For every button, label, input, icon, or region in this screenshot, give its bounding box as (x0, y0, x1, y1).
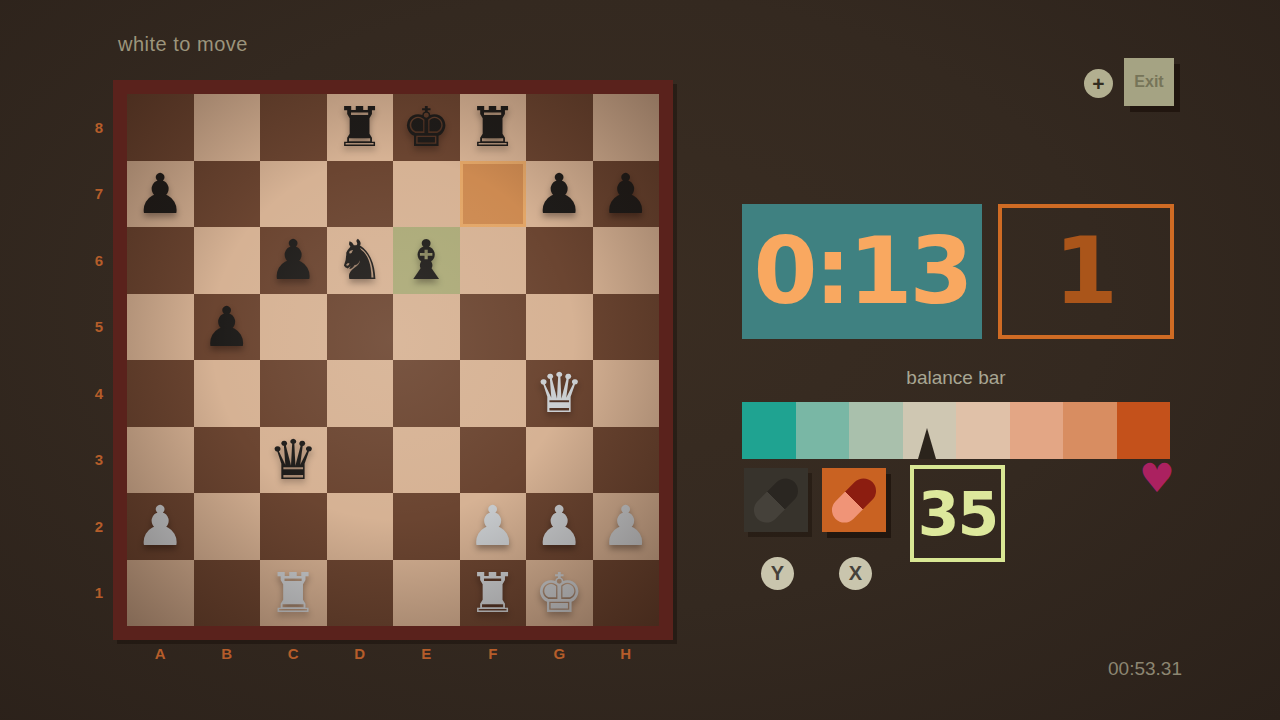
black-rook-f8[interactable]: ♜ (460, 94, 527, 161)
gamepad-y-badge: Y (761, 557, 794, 590)
rank-label-1: 1 (88, 560, 110, 627)
file-label-C: C (260, 645, 327, 662)
file-label-D: D (327, 645, 394, 662)
white-pawn-g2[interactable]: ♟ (526, 493, 593, 560)
white-king-g1[interactable]: ♚ (526, 560, 593, 627)
white-pawn-h2[interactable]: ♟ (593, 493, 660, 560)
board-grid: ♜♚♜♟♟♟♟♞♝♟♛♛♟♟♟♟♜♜♚ (127, 94, 659, 626)
rank-label-8: 8 (88, 94, 110, 161)
rank-label-2: 2 (88, 493, 110, 560)
pill-dark-button[interactable] (744, 468, 808, 532)
balance-segment-7 (1063, 402, 1117, 459)
balance-segment-8 (1117, 402, 1171, 459)
square-h5[interactable] (593, 294, 660, 361)
file-labels: ABCDEFGH (127, 645, 659, 662)
white-pawn-a2[interactable]: ♟ (127, 493, 194, 560)
pill-dark-icon (749, 473, 803, 527)
square-h3[interactable] (593, 427, 660, 494)
file-label-F: F (460, 645, 527, 662)
square-e7[interactable] (393, 161, 460, 228)
turn-indicator: white to move (118, 33, 248, 56)
square-g8[interactable] (526, 94, 593, 161)
square-e4[interactable] (393, 360, 460, 427)
file-label-A: A (127, 645, 194, 662)
rank-labels: 87654321 (88, 94, 110, 626)
square-h8[interactable] (593, 94, 660, 161)
black-pawn-b5[interactable]: ♟ (194, 294, 261, 361)
file-label-B: B (194, 645, 261, 662)
heart-icon: ♥ (1139, 458, 1175, 498)
black-pawn-a7[interactable]: ♟ (127, 161, 194, 228)
balance-segment-3 (849, 402, 903, 459)
balance-bar (742, 402, 1170, 459)
gamepad-x-badge: X (839, 557, 872, 590)
white-pawn-f2[interactable]: ♟ (460, 493, 527, 560)
square-c5[interactable] (260, 294, 327, 361)
file-label-G: G (526, 645, 593, 662)
black-king-e8[interactable]: ♚ (393, 94, 460, 161)
square-b7[interactable] (194, 161, 261, 228)
session-clock: 00:53.31 (1108, 658, 1182, 680)
square-b6[interactable] (194, 227, 261, 294)
square-f7[interactable] (460, 161, 527, 228)
rank-label-7: 7 (88, 161, 110, 228)
square-g5[interactable] (526, 294, 593, 361)
black-pawn-h7[interactable]: ♟ (593, 161, 660, 228)
black-knight-d6[interactable]: ♞ (327, 227, 394, 294)
rank-label-3: 3 (88, 427, 110, 494)
square-g3[interactable] (526, 427, 593, 494)
rank-label-6: 6 (88, 227, 110, 294)
balance-segment-1 (742, 402, 796, 459)
square-f3[interactable] (460, 427, 527, 494)
square-c8[interactable] (260, 94, 327, 161)
square-e3[interactable] (393, 427, 460, 494)
pill-count-value: 35 (918, 479, 998, 549)
rank-label-5: 5 (88, 294, 110, 361)
black-queen-c3[interactable]: ♛ (260, 427, 327, 494)
square-e5[interactable] (393, 294, 460, 361)
square-b8[interactable] (194, 94, 261, 161)
square-a6[interactable] (127, 227, 194, 294)
balance-bar-label: balance bar (742, 367, 1170, 389)
square-a5[interactable] (127, 294, 194, 361)
square-e1[interactable] (393, 560, 460, 627)
square-d3[interactable] (327, 427, 394, 494)
square-a8[interactable] (127, 94, 194, 161)
round-counter-value: 1 (1054, 218, 1118, 325)
square-f6[interactable] (460, 227, 527, 294)
exit-button[interactable]: Exit (1124, 58, 1174, 106)
pill-count-box: 35 (910, 465, 1005, 562)
white-queen-g4[interactable]: ♛ (526, 360, 593, 427)
pill-orange-icon (827, 473, 881, 527)
rank-label-4: 4 (88, 360, 110, 427)
file-label-H: H (593, 645, 660, 662)
chess-game-screen: white to move + Exit 87654321 ABCDEFGH ♜… (0, 0, 1280, 720)
square-a4[interactable] (127, 360, 194, 427)
black-pawn-g7[interactable]: ♟ (526, 161, 593, 228)
square-c7[interactable] (260, 161, 327, 228)
square-b3[interactable] (194, 427, 261, 494)
square-d4[interactable] (327, 360, 394, 427)
square-f5[interactable] (460, 294, 527, 361)
balance-segment-6 (1010, 402, 1064, 459)
black-rook-d8[interactable]: ♜ (327, 94, 394, 161)
square-b4[interactable] (194, 360, 261, 427)
square-h1[interactable] (593, 560, 660, 627)
square-h4[interactable] (593, 360, 660, 427)
square-d1[interactable] (327, 560, 394, 627)
balance-pointer-icon (918, 428, 936, 459)
square-c4[interactable] (260, 360, 327, 427)
white-rook-f1[interactable]: ♜ (460, 560, 527, 627)
square-d7[interactable] (327, 161, 394, 228)
balance-segment-5 (956, 402, 1010, 459)
round-counter: 1 (998, 204, 1174, 339)
chess-board: ♜♚♜♟♟♟♟♞♝♟♛♛♟♟♟♟♜♜♚ (113, 80, 673, 640)
square-d5[interactable] (327, 294, 394, 361)
square-f4[interactable] (460, 360, 527, 427)
pill-orange-button[interactable] (822, 468, 886, 532)
add-button[interactable]: + (1084, 69, 1113, 98)
move-timer-value: 0:13 (754, 218, 971, 325)
black-bishop-e6[interactable]: ♝ (393, 227, 460, 294)
square-h6[interactable] (593, 227, 660, 294)
move-timer: 0:13 (742, 204, 982, 339)
balance-segment-2 (796, 402, 850, 459)
square-a3[interactable] (127, 427, 194, 494)
square-a1[interactable] (127, 560, 194, 627)
square-g6[interactable] (526, 227, 593, 294)
square-b2[interactable] (194, 493, 261, 560)
square-e2[interactable] (393, 493, 460, 560)
file-label-E: E (393, 645, 460, 662)
square-c2[interactable] (260, 493, 327, 560)
black-pawn-c6[interactable]: ♟ (260, 227, 327, 294)
white-rook-c1[interactable]: ♜ (260, 560, 327, 627)
square-b1[interactable] (194, 560, 261, 627)
square-d2[interactable] (327, 493, 394, 560)
